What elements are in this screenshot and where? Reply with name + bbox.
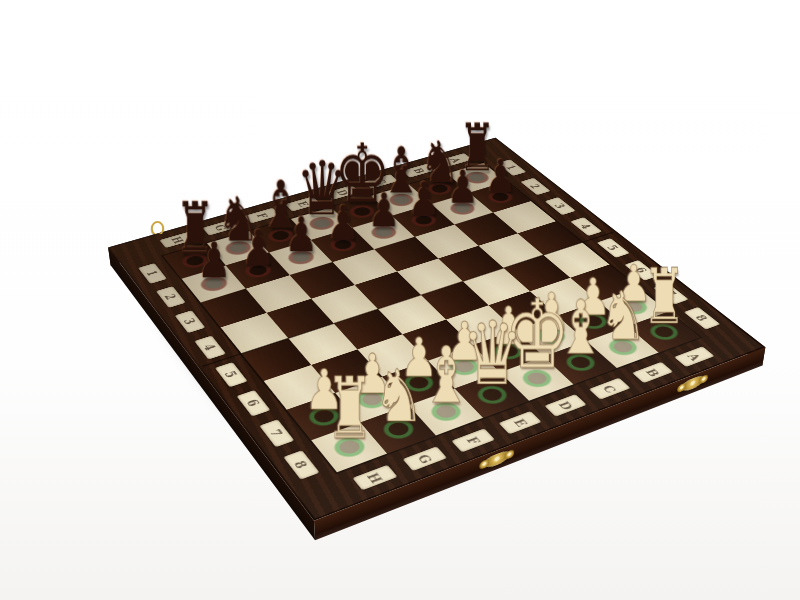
file-label-b: B [632,362,673,383]
file-label-g: G [402,446,447,471]
black-pawn-glyph: ♟ [241,223,275,272]
white-rook-glyph: ♜ [642,258,685,335]
black-pawn-glyph: ♟ [407,176,439,222]
file-label-c: C [588,378,630,400]
black-pawn-glyph: ♟ [196,236,231,285]
file-label-d: D [544,394,586,417]
rank-label-4-left: 4 [194,335,226,359]
product-photo-scene: HHGGFFEEDDCCBBAA1122334455667788 ♜♞♝♛♚♝♞… [0,0,800,600]
white-knight-glyph: ♞ [372,360,424,432]
file-label-a: A [674,346,715,367]
black-pawn-glyph: ♟ [484,153,516,198]
rank-label-2-left: 2 [156,286,186,308]
black-pawn-glyph: ♟ [326,199,359,247]
rank-label-2-right: 2 [520,178,550,195]
file-label-e: E [498,411,541,434]
rank-label-4-right: 4 [570,217,602,236]
file-label-h: H [352,465,397,491]
chess-board: HHGGFFEEDDCCBBAA1122334455667788 ♜♞♝♛♚♝♞… [108,138,765,521]
rank-label-5-left: 5 [215,362,248,387]
white-bishop-glyph: ♝ [419,337,471,415]
rank-label-1-left: 1 [138,263,167,284]
rank-label-3-right: 3 [544,197,575,215]
rank-label-8-right: 8 [683,307,720,330]
perspective-scene: HHGGFFEEDDCCBBAA1122334455667788 ♜♞♝♛♚♝♞… [0,0,800,600]
rank-label-7-left: 7 [259,419,294,447]
black-pawn-glyph: ♟ [367,187,400,234]
black-pawn-glyph: ♟ [446,164,478,210]
rank-label-6-left: 6 [236,390,270,417]
file-label-f: F [451,429,495,453]
black-pawn-glyph: ♟ [284,211,318,259]
white-rook-glyph: ♜ [325,365,372,450]
rank-label-3-left: 3 [174,310,205,333]
rank-label-8-left: 8 [283,450,319,479]
